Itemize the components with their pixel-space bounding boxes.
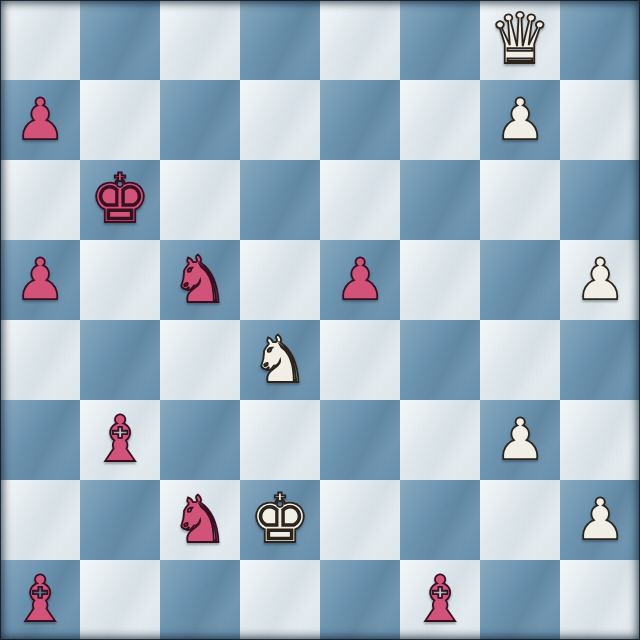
white-king[interactable]: ♚ (250, 485, 311, 553)
square-e8[interactable] (320, 0, 400, 80)
square-b3[interactable]: ♝ (80, 400, 160, 480)
white-pawn[interactable]: ♟ (494, 411, 545, 468)
square-a4[interactable] (0, 320, 80, 400)
square-c3[interactable] (160, 400, 240, 480)
square-e3[interactable] (320, 400, 400, 480)
square-g7[interactable]: ♟ (480, 80, 560, 160)
square-b1[interactable] (80, 560, 160, 640)
square-a2[interactable] (0, 480, 80, 560)
black-bishop[interactable]: ♝ (91, 407, 148, 471)
white-queen[interactable]: ♛ (489, 4, 552, 74)
square-d5[interactable] (240, 240, 320, 320)
square-c1[interactable] (160, 560, 240, 640)
black-bishop[interactable]: ♝ (11, 567, 68, 631)
black-knight[interactable]: ♞ (171, 487, 229, 552)
square-g6[interactable] (480, 160, 560, 240)
square-f1[interactable]: ♝ (400, 560, 480, 640)
square-a1[interactable]: ♝ (0, 560, 80, 640)
square-e2[interactable] (320, 480, 400, 560)
white-pawn[interactable]: ♟ (574, 251, 625, 308)
square-g1[interactable] (480, 560, 560, 640)
square-e1[interactable] (320, 560, 400, 640)
square-f8[interactable] (400, 0, 480, 80)
black-pawn[interactable]: ♟ (14, 91, 65, 148)
square-h5[interactable]: ♟ (560, 240, 640, 320)
square-g2[interactable] (480, 480, 560, 560)
square-h4[interactable] (560, 320, 640, 400)
square-e4[interactable] (320, 320, 400, 400)
white-pawn[interactable]: ♟ (494, 91, 545, 148)
square-e7[interactable] (320, 80, 400, 160)
black-king[interactable]: ♚ (90, 165, 151, 233)
square-a7[interactable]: ♟ (0, 80, 80, 160)
square-h6[interactable] (560, 160, 640, 240)
square-h3[interactable] (560, 400, 640, 480)
square-g4[interactable] (480, 320, 560, 400)
square-c8[interactable] (160, 0, 240, 80)
square-f2[interactable] (400, 480, 480, 560)
black-pawn[interactable]: ♟ (334, 251, 385, 308)
square-c7[interactable] (160, 80, 240, 160)
square-a5[interactable]: ♟ (0, 240, 80, 320)
square-a3[interactable] (0, 400, 80, 480)
square-h2[interactable]: ♟ (560, 480, 640, 560)
square-f4[interactable] (400, 320, 480, 400)
square-g3[interactable]: ♟ (480, 400, 560, 480)
square-d1[interactable] (240, 560, 320, 640)
square-b8[interactable] (80, 0, 160, 80)
square-d8[interactable] (240, 0, 320, 80)
square-b7[interactable] (80, 80, 160, 160)
square-d6[interactable] (240, 160, 320, 240)
square-c6[interactable] (160, 160, 240, 240)
square-d7[interactable] (240, 80, 320, 160)
square-b5[interactable] (80, 240, 160, 320)
square-c5[interactable]: ♞ (160, 240, 240, 320)
square-h1[interactable] (560, 560, 640, 640)
square-d4[interactable]: ♞ (240, 320, 320, 400)
square-g8[interactable]: ♛ (480, 0, 560, 80)
square-b4[interactable] (80, 320, 160, 400)
square-e5[interactable]: ♟ (320, 240, 400, 320)
square-f5[interactable] (400, 240, 480, 320)
black-pawn[interactable]: ♟ (14, 251, 65, 308)
square-c2[interactable]: ♞ (160, 480, 240, 560)
square-f6[interactable] (400, 160, 480, 240)
square-d2[interactable]: ♚ (240, 480, 320, 560)
square-f7[interactable] (400, 80, 480, 160)
square-c4[interactable] (160, 320, 240, 400)
square-b6[interactable]: ♚ (80, 160, 160, 240)
chess-board: ♛♟♟♚♟♞♟♟♞♝♟♞♚♟♝♝ (0, 0, 640, 640)
square-a8[interactable] (0, 0, 80, 80)
square-g5[interactable] (480, 240, 560, 320)
square-e6[interactable] (320, 160, 400, 240)
white-knight[interactable]: ♞ (251, 327, 309, 392)
black-knight[interactable]: ♞ (171, 247, 229, 312)
square-f3[interactable] (400, 400, 480, 480)
white-pawn[interactable]: ♟ (574, 491, 625, 548)
square-a6[interactable] (0, 160, 80, 240)
square-h7[interactable] (560, 80, 640, 160)
square-b2[interactable] (80, 480, 160, 560)
black-bishop[interactable]: ♝ (411, 567, 468, 631)
square-h8[interactable] (560, 0, 640, 80)
square-d3[interactable] (240, 400, 320, 480)
